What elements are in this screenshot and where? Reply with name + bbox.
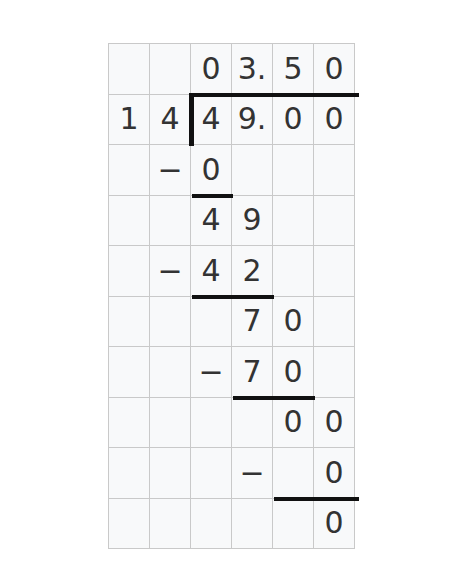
grid-cell: 0 — [273, 398, 314, 449]
grid-cell-empty — [150, 196, 191, 247]
grid-cell: − — [191, 347, 232, 398]
grid-cell-empty — [191, 448, 232, 499]
grid-cell-empty — [109, 196, 150, 247]
grid-cell: 0 — [314, 448, 355, 499]
grid-cell-empty — [109, 499, 150, 550]
long-division-grid: 03.501449.00−049−4270−7000−00 — [108, 43, 355, 549]
grid-cell: 7 — [232, 297, 273, 348]
grid-cell-empty — [273, 448, 314, 499]
grid-cell-empty — [232, 499, 273, 550]
grid-cell-empty — [109, 145, 150, 196]
grid-cell-empty — [191, 499, 232, 550]
grid-cell-empty — [109, 44, 150, 95]
grid-cell: 0 — [273, 95, 314, 146]
grid-cell-empty — [314, 145, 355, 196]
grid-cell-empty — [150, 448, 191, 499]
grid-cell: 0 — [273, 297, 314, 348]
grid-cell-empty — [150, 398, 191, 449]
grid-cell-empty — [273, 499, 314, 550]
grid-cell-empty — [273, 145, 314, 196]
grid-cell: 9. — [232, 95, 273, 146]
grid-cell-empty — [314, 196, 355, 247]
grid-cell: 3. — [232, 44, 273, 95]
grid-cell: 5 — [273, 44, 314, 95]
grid-cell-empty — [232, 398, 273, 449]
grid-cell: 0 — [314, 398, 355, 449]
grid-cell: 4 — [191, 196, 232, 247]
grid-cell: 4 — [191, 95, 232, 146]
grid-cell-empty — [191, 297, 232, 348]
grid-cell-empty — [109, 347, 150, 398]
grid-cell: 0 — [314, 499, 355, 550]
grid-cell: − — [232, 448, 273, 499]
grid-cell-empty — [109, 448, 150, 499]
grid-cell: − — [150, 246, 191, 297]
grid-cell: 0 — [191, 44, 232, 95]
grid-cell-empty — [109, 398, 150, 449]
grid-cell: 9 — [232, 196, 273, 247]
grid-cell-empty — [273, 246, 314, 297]
grid-cell-empty — [150, 499, 191, 550]
grid-cell: 1 — [109, 95, 150, 146]
grid-cell: − — [150, 145, 191, 196]
grid-cell: 0 — [314, 95, 355, 146]
grid-cell: 4 — [150, 95, 191, 146]
grid-cell: 0 — [191, 145, 232, 196]
long-division-diagram: 03.501449.00−049−4270−7000−00 — [0, 0, 461, 577]
grid-cell-empty — [109, 246, 150, 297]
grid-cell-empty — [314, 297, 355, 348]
grid-cell-empty — [314, 347, 355, 398]
grid-cell-empty — [150, 347, 191, 398]
grid-cell: 7 — [232, 347, 273, 398]
grid-cell: 0 — [314, 44, 355, 95]
grid-cell-empty — [232, 145, 273, 196]
grid-cell-empty — [314, 246, 355, 297]
grid-cell-empty — [273, 196, 314, 247]
grid-cell: 2 — [232, 246, 273, 297]
grid-cell-empty — [109, 297, 150, 348]
grid-cell: 0 — [273, 347, 314, 398]
grid-cell-empty — [191, 398, 232, 449]
grid-cell-empty — [150, 297, 191, 348]
division-board: 03.501449.00−049−4270−7000−00 — [108, 43, 355, 549]
grid-cell: 4 — [191, 246, 232, 297]
grid-cell-empty — [150, 44, 191, 95]
